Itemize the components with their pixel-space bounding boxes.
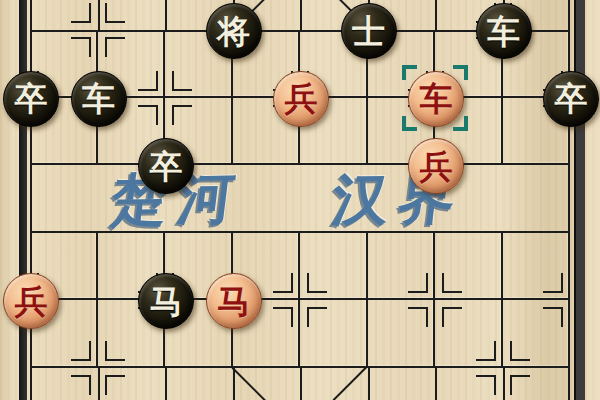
black-soldier[interactable]: 卒: [3, 71, 59, 127]
point-marker: [510, 341, 530, 361]
point-marker: [442, 273, 462, 293]
grid-line-stub: [435, 366, 437, 400]
black-soldier[interactable]: 卒: [543, 71, 599, 127]
black-soldier[interactable]: 卒: [138, 138, 194, 194]
grid-line-stub: [503, 366, 505, 400]
black-horse-label: 马: [150, 285, 183, 318]
point-marker: [408, 307, 428, 327]
red-horse[interactable]: 马: [206, 273, 262, 329]
grid-line-stub: [30, 0, 32, 30]
grid-line-stub: [568, 0, 570, 30]
point-marker: [307, 273, 327, 293]
red-soldier[interactable]: 兵: [273, 71, 329, 127]
grid-line-stub: [98, 366, 100, 400]
grid-line-stub: [98, 0, 100, 30]
point-marker: [172, 105, 192, 125]
point-marker: [476, 375, 496, 395]
point-marker: [510, 375, 530, 395]
black-soldier-label: 卒: [555, 82, 588, 115]
point-marker: [442, 307, 462, 327]
point-marker: [71, 341, 91, 361]
point-marker: [476, 341, 496, 361]
point-marker: [71, 37, 91, 57]
black-chariot-label: 车: [487, 15, 520, 48]
black-general[interactable]: 将: [206, 3, 262, 59]
point-marker: [138, 105, 158, 125]
board-cell: [30, 165, 98, 233]
point-marker: [273, 273, 293, 293]
grid-line-stub: [568, 366, 570, 400]
red-soldier[interactable]: 兵: [408, 138, 464, 194]
point-marker: [105, 341, 125, 361]
palace-diagonal: [332, 365, 367, 400]
point-marker: [172, 71, 192, 91]
black-soldier-label: 卒: [15, 82, 48, 115]
palace-diagonal: [231, 367, 266, 400]
grid-line-stub: [368, 366, 370, 400]
point-marker: [408, 273, 428, 293]
black-chariot[interactable]: 车: [71, 71, 127, 127]
grid-line-stub: [165, 366, 167, 400]
black-advisor[interactable]: 士: [341, 3, 397, 59]
board-cell: [503, 165, 571, 233]
red-soldier-label: 兵: [420, 150, 453, 183]
red-soldier-label: 兵: [285, 82, 318, 115]
black-chariot-label: 车: [82, 82, 115, 115]
red-horse-label: 马: [217, 285, 250, 318]
point-marker: [105, 3, 125, 23]
red-soldier-label: 兵: [15, 285, 48, 318]
grid-line-stub: [435, 0, 437, 30]
black-chariot[interactable]: 车: [476, 3, 532, 59]
grid-line-stub: [165, 0, 167, 30]
board-frame-left: [19, 0, 27, 400]
point-marker: [273, 307, 293, 327]
point-marker: [543, 273, 563, 293]
point-marker: [307, 307, 327, 327]
point-marker: [543, 307, 563, 327]
black-general-label: 将: [217, 15, 250, 48]
board-frame-right: [574, 0, 585, 400]
point-marker: [105, 375, 125, 395]
xiangqi-board: 楚河 汉界 将士车卒车兵车卒卒兵兵马马: [0, 0, 600, 400]
grid-line-stub: [300, 366, 302, 400]
red-soldier[interactable]: 兵: [3, 273, 59, 329]
point-marker: [71, 3, 91, 23]
grid-line-stub: [300, 0, 302, 30]
point-marker: [138, 71, 158, 91]
point-marker: [105, 37, 125, 57]
red-chariot[interactable]: 车: [408, 71, 464, 127]
point-marker: [71, 375, 91, 395]
red-chariot-label: 车: [420, 82, 453, 115]
black-soldier-label: 卒: [150, 150, 183, 183]
black-horse[interactable]: 马: [138, 273, 194, 329]
grid-line-stub: [30, 366, 32, 400]
black-advisor-label: 士: [352, 15, 385, 48]
